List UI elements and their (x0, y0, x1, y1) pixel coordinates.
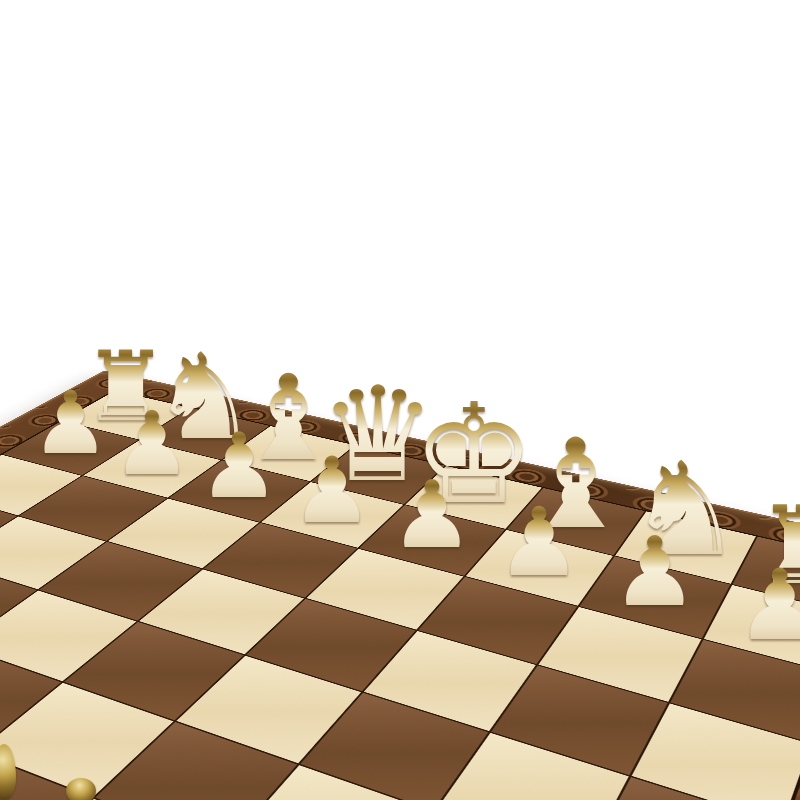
foreground-piece-finial (66, 778, 96, 800)
board-grid (0, 390, 800, 800)
photo-background: ♜♞♝♛♚♝♞♜♟♟♟♟♟♟♟♟ (0, 0, 800, 800)
chess-board (0, 370, 800, 800)
carved-board-frame (0, 370, 800, 800)
